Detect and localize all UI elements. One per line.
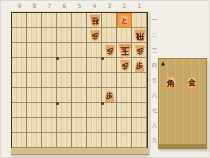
board-square[interactable] xyxy=(117,133,132,148)
board-square[interactable] xyxy=(27,133,42,148)
tsume-shogi-widget: 987654321 一二三四五六七八九 桂と歩飛歩玉歩歩歩歩 ▲ 角金 xyxy=(0,0,210,158)
board-square[interactable] xyxy=(72,88,87,103)
board-square[interactable] xyxy=(12,13,27,28)
file-label-1: 1 xyxy=(132,2,147,10)
board-square[interactable] xyxy=(57,133,72,148)
board-square[interactable] xyxy=(132,73,147,88)
board-square[interactable] xyxy=(57,88,72,103)
board-square[interactable] xyxy=(72,118,87,133)
board-square[interactable] xyxy=(42,103,57,118)
board-square[interactable] xyxy=(12,133,27,148)
board-square[interactable] xyxy=(132,133,147,148)
board-square[interactable] xyxy=(27,13,42,28)
rank-label-1: 一 xyxy=(150,13,159,28)
board-square[interactable] xyxy=(12,103,27,118)
board-square[interactable] xyxy=(102,58,117,73)
file-label-3: 3 xyxy=(102,2,117,10)
board-square[interactable] xyxy=(27,28,42,43)
board-square[interactable] xyxy=(57,103,72,118)
shogi-piece-hand[interactable]: 金 xyxy=(187,77,198,90)
file-label-6: 6 xyxy=(57,2,72,10)
file-label-2: 2 xyxy=(117,2,132,10)
board-square[interactable] xyxy=(102,28,117,43)
rank-label-3: 三 xyxy=(150,43,159,58)
rank-label-2: 二 xyxy=(150,28,159,43)
board-square[interactable] xyxy=(27,88,42,103)
board-square[interactable] xyxy=(12,88,27,103)
file-label-8: 8 xyxy=(27,2,42,10)
board-square[interactable] xyxy=(42,58,57,73)
board-square[interactable] xyxy=(72,103,87,118)
board-square[interactable] xyxy=(12,118,27,133)
board-square[interactable] xyxy=(102,73,117,88)
board-square[interactable] xyxy=(57,73,72,88)
board-square[interactable] xyxy=(87,88,102,103)
board-square[interactable] xyxy=(102,133,117,148)
board-square[interactable] xyxy=(87,73,102,88)
board-square[interactable] xyxy=(132,103,147,118)
file-label-7: 7 xyxy=(42,2,57,10)
board-square[interactable] xyxy=(57,43,72,58)
sente-marker-icon: ▲ xyxy=(161,60,165,66)
board-square[interactable] xyxy=(117,103,132,118)
board-square[interactable] xyxy=(12,28,27,43)
board-square[interactable] xyxy=(132,118,147,133)
board-square[interactable] xyxy=(87,118,102,133)
komadai-sente: ▲ 角金 xyxy=(158,58,207,149)
board-square[interactable] xyxy=(102,103,117,118)
board-square[interactable] xyxy=(87,58,102,73)
board-square[interactable] xyxy=(12,58,27,73)
board-square[interactable] xyxy=(27,103,42,118)
board-square[interactable] xyxy=(102,13,117,28)
board-side-edge xyxy=(11,148,149,155)
board-square[interactable] xyxy=(57,13,72,28)
board-square[interactable] xyxy=(27,58,42,73)
board-square[interactable] xyxy=(117,118,132,133)
board-square[interactable] xyxy=(27,118,42,133)
file-label-9: 9 xyxy=(12,2,27,10)
board-square[interactable] xyxy=(42,28,57,43)
board-square[interactable] xyxy=(117,88,132,103)
board-square[interactable] xyxy=(42,133,57,148)
board-square[interactable] xyxy=(72,28,87,43)
board-square[interactable] xyxy=(57,28,72,43)
board-square[interactable] xyxy=(117,28,132,43)
board-square[interactable] xyxy=(42,88,57,103)
board-square[interactable] xyxy=(132,88,147,103)
shogi-board xyxy=(11,11,149,148)
board-square[interactable] xyxy=(27,43,42,58)
board-square[interactable] xyxy=(72,73,87,88)
board-square[interactable] xyxy=(12,43,27,58)
board-square[interactable] xyxy=(27,73,42,88)
board-square[interactable] xyxy=(87,103,102,118)
board-square[interactable] xyxy=(72,58,87,73)
board-square[interactable] xyxy=(117,73,132,88)
board-square[interactable] xyxy=(12,73,27,88)
file-label-4: 4 xyxy=(87,2,102,10)
board-square[interactable] xyxy=(72,133,87,148)
board-square[interactable] xyxy=(42,118,57,133)
file-label-5: 5 xyxy=(72,2,87,10)
shogi-piece-hand[interactable]: 角 xyxy=(165,77,177,90)
board-square[interactable] xyxy=(57,58,72,73)
board-square[interactable] xyxy=(132,13,147,28)
board-square[interactable] xyxy=(42,13,57,28)
board-square[interactable] xyxy=(57,118,72,133)
board-square[interactable] xyxy=(72,43,87,58)
board-square[interactable] xyxy=(42,73,57,88)
board-square[interactable] xyxy=(72,13,87,28)
board-grid xyxy=(11,12,148,149)
board-square[interactable] xyxy=(87,43,102,58)
board-square[interactable] xyxy=(102,118,117,133)
board-square[interactable] xyxy=(42,43,57,58)
board-square[interactable] xyxy=(87,133,102,148)
